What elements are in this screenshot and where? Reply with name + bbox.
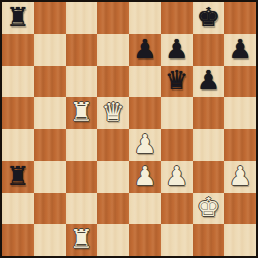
- piece-white-pawn-e4[interactable]: ♟: [133, 131, 156, 157]
- square-c8[interactable]: [66, 2, 98, 34]
- piece-black-rook-a8[interactable]: ♜: [6, 4, 29, 30]
- square-h5[interactable]: [224, 97, 256, 129]
- square-e8[interactable]: [129, 2, 161, 34]
- square-b7[interactable]: [34, 34, 66, 66]
- square-a5[interactable]: [2, 97, 34, 129]
- square-a8[interactable]: ♜: [2, 2, 34, 34]
- square-f6[interactable]: ♛: [161, 66, 193, 98]
- square-b2[interactable]: [34, 193, 66, 225]
- square-e3[interactable]: ♟: [129, 161, 161, 193]
- square-a4[interactable]: [2, 129, 34, 161]
- square-d4[interactable]: [97, 129, 129, 161]
- square-c1[interactable]: ♜: [66, 224, 98, 256]
- piece-white-pawn-e3[interactable]: ♟: [133, 163, 156, 189]
- square-g5[interactable]: [193, 97, 225, 129]
- square-e1[interactable]: [129, 224, 161, 256]
- piece-white-pawn-h3[interactable]: ♟: [228, 163, 251, 189]
- square-b1[interactable]: [34, 224, 66, 256]
- piece-black-pawn-h7[interactable]: ♟: [228, 36, 251, 62]
- square-g2[interactable]: ♚: [193, 193, 225, 225]
- piece-black-queen-f6[interactable]: ♛: [165, 67, 188, 93]
- piece-white-king-g2[interactable]: ♚: [197, 194, 220, 220]
- square-a7[interactable]: [2, 34, 34, 66]
- square-c2[interactable]: [66, 193, 98, 225]
- square-d8[interactable]: [97, 2, 129, 34]
- square-d1[interactable]: [97, 224, 129, 256]
- square-b8[interactable]: [34, 2, 66, 34]
- square-h3[interactable]: ♟: [224, 161, 256, 193]
- square-g1[interactable]: [193, 224, 225, 256]
- square-b5[interactable]: [34, 97, 66, 129]
- square-b6[interactable]: [34, 66, 66, 98]
- piece-black-pawn-f7[interactable]: ♟: [165, 36, 188, 62]
- piece-white-pawn-f3[interactable]: ♟: [165, 163, 188, 189]
- square-f3[interactable]: ♟: [161, 161, 193, 193]
- square-f7[interactable]: ♟: [161, 34, 193, 66]
- square-c3[interactable]: [66, 161, 98, 193]
- square-c6[interactable]: [66, 66, 98, 98]
- square-b4[interactable]: [34, 129, 66, 161]
- square-e7[interactable]: ♟: [129, 34, 161, 66]
- square-g8[interactable]: ♚: [193, 2, 225, 34]
- square-f5[interactable]: [161, 97, 193, 129]
- square-h4[interactable]: [224, 129, 256, 161]
- square-f2[interactable]: [161, 193, 193, 225]
- square-g3[interactable]: [193, 161, 225, 193]
- square-a3[interactable]: ♜: [2, 161, 34, 193]
- square-d5[interactable]: ♛: [97, 97, 129, 129]
- square-d6[interactable]: [97, 66, 129, 98]
- piece-black-rook-a3[interactable]: ♜: [6, 163, 29, 189]
- square-a2[interactable]: [2, 193, 34, 225]
- square-e4[interactable]: ♟: [129, 129, 161, 161]
- square-g4[interactable]: [193, 129, 225, 161]
- square-h8[interactable]: [224, 2, 256, 34]
- square-c5[interactable]: ♜: [66, 97, 98, 129]
- square-b3[interactable]: [34, 161, 66, 193]
- square-d3[interactable]: [97, 161, 129, 193]
- piece-black-pawn-e7[interactable]: ♟: [133, 36, 156, 62]
- piece-white-rook-c5[interactable]: ♜: [70, 99, 93, 125]
- square-e6[interactable]: [129, 66, 161, 98]
- square-f4[interactable]: [161, 129, 193, 161]
- square-d2[interactable]: [97, 193, 129, 225]
- square-a6[interactable]: [2, 66, 34, 98]
- square-d7[interactable]: [97, 34, 129, 66]
- square-g6[interactable]: ♟: [193, 66, 225, 98]
- square-g7[interactable]: [193, 34, 225, 66]
- square-e5[interactable]: [129, 97, 161, 129]
- square-f1[interactable]: [161, 224, 193, 256]
- piece-white-rook-c1[interactable]: ♜: [70, 226, 93, 252]
- square-e2[interactable]: [129, 193, 161, 225]
- square-h6[interactable]: [224, 66, 256, 98]
- piece-white-queen-d5[interactable]: ♛: [101, 99, 124, 125]
- chess-board: ♜♚♟♟♟♛♟♜♛♟♜♟♟♟♚♜: [2, 2, 256, 256]
- square-c7[interactable]: [66, 34, 98, 66]
- square-a1[interactable]: [2, 224, 34, 256]
- piece-black-king-g8[interactable]: ♚: [197, 4, 220, 30]
- piece-black-pawn-g6[interactable]: ♟: [197, 67, 220, 93]
- square-h1[interactable]: [224, 224, 256, 256]
- square-f8[interactable]: [161, 2, 193, 34]
- square-h2[interactable]: [224, 193, 256, 225]
- square-c4[interactable]: [66, 129, 98, 161]
- chess-board-frame: ♜♚♟♟♟♛♟♜♛♟♜♟♟♟♚♜: [0, 0, 258, 258]
- square-h7[interactable]: ♟: [224, 34, 256, 66]
